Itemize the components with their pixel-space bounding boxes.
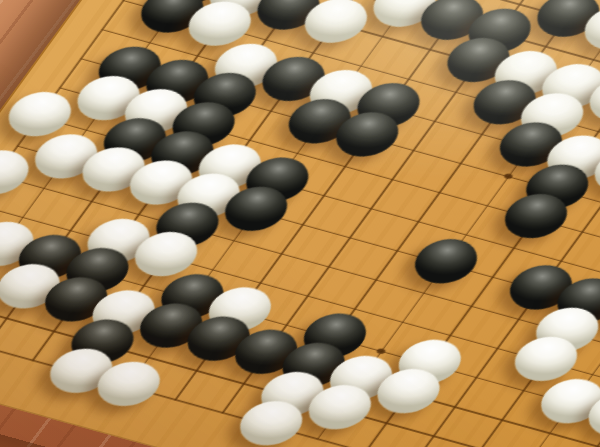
go-grid-lines: [0, 0, 600, 447]
white-stone: [0, 144, 40, 201]
hoshi-point: [503, 173, 514, 180]
goban-surface: [0, 0, 600, 447]
black-stone: [404, 233, 489, 290]
hoshi-point: [375, 348, 386, 355]
go-board-photo: [0, 0, 600, 447]
